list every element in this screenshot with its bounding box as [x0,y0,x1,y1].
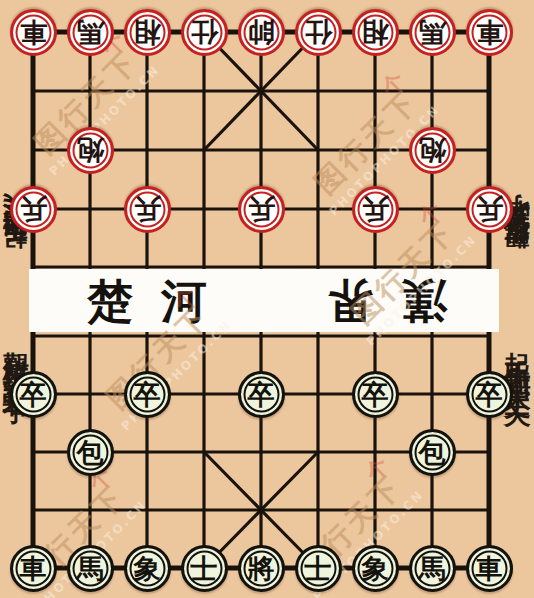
piece-green-elephant[interactable]: 象 [124,545,171,592]
piece-label: 車 [20,555,47,582]
piece-green-chariot[interactable]: 車 [10,545,57,592]
piece-label: 卒 [248,381,275,408]
piece-green-soldier[interactable]: 卒 [352,371,399,418]
piece-red-soldier[interactable]: 兵 [238,186,285,233]
piece-label: 馬 [419,19,446,46]
piece-label: 仕 [191,19,218,46]
piece-label: 包 [419,439,446,466]
piece-label: 馬 [77,19,104,46]
piece-green-advisor[interactable]: 士 [295,545,342,592]
piece-green-horse[interactable]: 馬 [67,545,114,592]
piece-label: 卒 [362,381,389,408]
piece-green-soldier[interactable]: 卒 [124,371,171,418]
piece-red-horse[interactable]: 馬 [409,9,456,56]
piece-green-elephant[interactable]: 象 [352,545,399,592]
piece-label: 士 [191,555,218,582]
piece-label: 卒 [476,381,503,408]
piece-red-elephant[interactable]: 相 [352,9,399,56]
piece-label: 車 [476,555,503,582]
pieces-layer: 車馬相仕帥仕相馬車炮炮兵兵兵兵兵卒卒卒卒卒包包車馬象士將士象馬車 [5,3,518,598]
piece-label: 車 [20,19,47,46]
piece-green-chariot[interactable]: 車 [466,545,513,592]
piece-label: 馬 [77,555,104,582]
piece-label: 相 [362,19,389,46]
piece-label: 炮 [77,137,104,164]
xiangqi-board: 楚河 漢界 起手無回大丈夫 觀棋不語真君子 觀棋不語真君子 起手無回大丈夫 个 … [0,0,534,598]
piece-red-soldier[interactable]: 兵 [352,186,399,233]
piece-label: 兵 [248,196,275,223]
piece-green-advisor[interactable]: 士 [181,545,228,592]
piece-green-cannon[interactable]: 包 [409,429,456,476]
piece-label: 卒 [134,381,161,408]
piece-green-general[interactable]: 將 [238,545,285,592]
piece-label: 仕 [305,19,332,46]
piece-label: 包 [77,439,104,466]
piece-red-chariot[interactable]: 車 [10,9,57,56]
piece-red-advisor[interactable]: 仕 [295,9,342,56]
piece-red-soldier[interactable]: 兵 [466,186,513,233]
piece-label: 卒 [20,381,47,408]
piece-red-soldier[interactable]: 兵 [124,186,171,233]
piece-red-cannon[interactable]: 炮 [67,127,114,174]
piece-red-horse[interactable]: 馬 [67,9,114,56]
piece-label: 士 [305,555,332,582]
piece-label: 帥 [248,19,275,46]
piece-label: 將 [248,555,275,582]
piece-label: 炮 [419,137,446,164]
piece-green-soldier[interactable]: 卒 [10,371,57,418]
piece-label: 象 [362,555,389,582]
piece-red-general[interactable]: 帥 [238,9,285,56]
piece-label: 車 [476,19,503,46]
piece-red-cannon[interactable]: 炮 [409,127,456,174]
piece-label: 兵 [362,196,389,223]
piece-red-soldier[interactable]: 兵 [10,186,57,233]
piece-red-advisor[interactable]: 仕 [181,9,228,56]
piece-green-soldier[interactable]: 卒 [466,371,513,418]
piece-label: 相 [134,19,161,46]
piece-label: 兵 [134,196,161,223]
piece-label: 馬 [419,555,446,582]
piece-red-elephant[interactable]: 相 [124,9,171,56]
piece-label: 兵 [476,196,503,223]
piece-green-horse[interactable]: 馬 [409,545,456,592]
piece-red-chariot[interactable]: 車 [466,9,513,56]
piece-green-soldier[interactable]: 卒 [238,371,285,418]
piece-label: 象 [134,555,161,582]
piece-green-cannon[interactable]: 包 [67,429,114,476]
piece-label: 兵 [20,196,47,223]
